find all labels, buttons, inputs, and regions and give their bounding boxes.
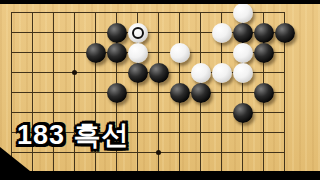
board-point[interactable] bbox=[211, 123, 232, 143]
white-stone bbox=[233, 63, 253, 83]
board-point[interactable] bbox=[127, 103, 148, 123]
board-point[interactable] bbox=[253, 3, 274, 23]
letterbox-bottom bbox=[0, 171, 320, 180]
board-point[interactable] bbox=[190, 43, 211, 63]
board-point[interactable] bbox=[253, 23, 274, 43]
board-point[interactable] bbox=[190, 23, 211, 43]
board-point[interactable] bbox=[274, 3, 295, 23]
board-point[interactable] bbox=[274, 23, 295, 43]
board-point[interactable] bbox=[1, 83, 22, 103]
board-point[interactable] bbox=[253, 63, 274, 83]
board-point[interactable] bbox=[43, 83, 64, 103]
board-point[interactable] bbox=[22, 43, 43, 63]
black-stone bbox=[128, 63, 148, 83]
board-point[interactable] bbox=[148, 103, 169, 123]
board-point[interactable] bbox=[127, 83, 148, 103]
black-stone bbox=[86, 43, 106, 63]
board-point[interactable] bbox=[211, 43, 232, 63]
board-point[interactable] bbox=[148, 123, 169, 143]
board-point[interactable] bbox=[253, 143, 274, 163]
board-point[interactable] bbox=[190, 63, 211, 83]
board-point[interactable] bbox=[148, 83, 169, 103]
black-stone bbox=[107, 23, 127, 43]
board-point[interactable] bbox=[1, 23, 22, 43]
board-point[interactable] bbox=[43, 43, 64, 63]
black-stone bbox=[275, 23, 295, 43]
white-stone bbox=[170, 43, 190, 63]
board-point[interactable] bbox=[232, 23, 253, 43]
star-point bbox=[156, 150, 161, 155]
board-point[interactable] bbox=[169, 123, 190, 143]
board-point[interactable] bbox=[232, 3, 253, 23]
board-point[interactable] bbox=[106, 3, 127, 23]
board-point[interactable] bbox=[148, 143, 169, 163]
board-point[interactable] bbox=[64, 23, 85, 43]
board-point[interactable] bbox=[22, 83, 43, 103]
board-point[interactable] bbox=[43, 3, 64, 23]
black-stone bbox=[191, 83, 211, 103]
board-point[interactable] bbox=[232, 123, 253, 143]
star-point bbox=[72, 70, 77, 75]
board-point[interactable] bbox=[169, 83, 190, 103]
board-point[interactable] bbox=[85, 63, 106, 83]
board-point[interactable] bbox=[127, 43, 148, 63]
board-point[interactable] bbox=[274, 123, 295, 143]
board-point[interactable] bbox=[43, 23, 64, 43]
white-stone-marked bbox=[128, 23, 148, 43]
board-point[interactable] bbox=[211, 83, 232, 103]
board-point[interactable] bbox=[211, 63, 232, 83]
black-stone bbox=[233, 103, 253, 123]
white-stone bbox=[128, 43, 148, 63]
go-board bbox=[1, 3, 295, 180]
black-stone bbox=[254, 23, 274, 43]
board-point[interactable] bbox=[274, 143, 295, 163]
black-stone bbox=[170, 83, 190, 103]
board-point[interactable] bbox=[211, 23, 232, 43]
board-point[interactable] bbox=[253, 43, 274, 63]
letterbox-top bbox=[0, 0, 320, 4]
black-stone bbox=[149, 63, 169, 83]
white-stone bbox=[212, 23, 232, 43]
board-point[interactable] bbox=[211, 103, 232, 123]
board-point[interactable] bbox=[169, 103, 190, 123]
board-point[interactable] bbox=[232, 103, 253, 123]
board-point[interactable] bbox=[22, 23, 43, 43]
board-point[interactable] bbox=[169, 43, 190, 63]
board-point[interactable] bbox=[22, 3, 43, 23]
board-point[interactable] bbox=[85, 83, 106, 103]
board-point[interactable] bbox=[85, 43, 106, 63]
board-point[interactable] bbox=[64, 3, 85, 23]
board-point[interactable] bbox=[1, 3, 22, 23]
board-point[interactable] bbox=[43, 63, 64, 83]
board-point[interactable] bbox=[190, 103, 211, 123]
board-point[interactable] bbox=[211, 3, 232, 23]
white-stone bbox=[191, 63, 211, 83]
board-point[interactable] bbox=[169, 23, 190, 43]
board-point[interactable] bbox=[232, 63, 253, 83]
board-point[interactable] bbox=[190, 3, 211, 23]
board-point[interactable] bbox=[211, 143, 232, 163]
board-point[interactable] bbox=[253, 103, 274, 123]
board-point[interactable] bbox=[127, 123, 148, 143]
board-point[interactable] bbox=[85, 3, 106, 23]
board-point[interactable] bbox=[232, 143, 253, 163]
board-point[interactable] bbox=[274, 83, 295, 103]
board-point[interactable] bbox=[148, 43, 169, 63]
board-point[interactable] bbox=[169, 143, 190, 163]
board-point[interactable] bbox=[232, 83, 253, 103]
board-point[interactable] bbox=[253, 123, 274, 143]
board-point[interactable] bbox=[64, 43, 85, 63]
problem-caption: 183 흑선 bbox=[17, 117, 130, 153]
board-point[interactable] bbox=[1, 43, 22, 63]
black-stone bbox=[254, 43, 274, 63]
board-point[interactable] bbox=[64, 83, 85, 103]
white-stone bbox=[212, 63, 232, 83]
white-stone bbox=[233, 43, 253, 63]
board-point[interactable] bbox=[127, 143, 148, 163]
board-point[interactable] bbox=[253, 83, 274, 103]
board-point[interactable] bbox=[106, 23, 127, 43]
board-point[interactable] bbox=[190, 143, 211, 163]
black-stone bbox=[254, 83, 274, 103]
board-point[interactable] bbox=[106, 63, 127, 83]
board-point[interactable] bbox=[64, 63, 85, 83]
board-point[interactable] bbox=[169, 3, 190, 23]
board-point[interactable] bbox=[106, 43, 127, 63]
board-point[interactable] bbox=[148, 63, 169, 83]
black-stone bbox=[233, 23, 253, 43]
board-point[interactable] bbox=[274, 43, 295, 63]
board-point[interactable] bbox=[22, 63, 43, 83]
black-stone bbox=[107, 43, 127, 63]
black-stone bbox=[107, 83, 127, 103]
board-point[interactable] bbox=[148, 23, 169, 43]
board-point[interactable] bbox=[127, 23, 148, 43]
go-problem-thumbnail: 183 흑선 bbox=[0, 0, 320, 180]
board-point[interactable] bbox=[190, 123, 211, 143]
board-point[interactable] bbox=[127, 3, 148, 23]
board-point[interactable] bbox=[232, 43, 253, 63]
board-point[interactable] bbox=[127, 63, 148, 83]
white-stone bbox=[233, 3, 253, 23]
board-point[interactable] bbox=[274, 103, 295, 123]
board-point[interactable] bbox=[106, 83, 127, 103]
board-point[interactable] bbox=[148, 3, 169, 23]
board-point[interactable] bbox=[85, 23, 106, 43]
board-point[interactable] bbox=[1, 63, 22, 83]
board-point[interactable] bbox=[169, 63, 190, 83]
board-point[interactable] bbox=[190, 83, 211, 103]
board-point[interactable] bbox=[274, 63, 295, 83]
